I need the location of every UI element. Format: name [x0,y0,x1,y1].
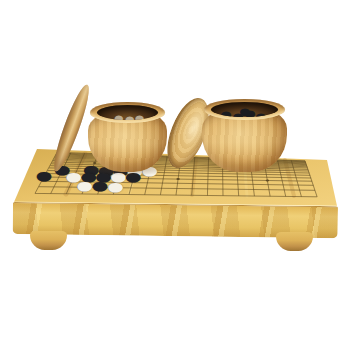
black-stone-in-bowl: ● [255,111,266,117]
bowl-rim: ●●● [90,102,165,123]
black-stone-in-bowl: ● [239,107,250,117]
black-stone-bowl: ●●●●● [202,99,287,172]
go-set-product-photo: ●●●●●●●●●●●●●●● ●●● ●●●●● [0,0,350,350]
black-stone-in-bowl: ● [220,109,231,117]
bowl-rim: ●●●●● [204,99,285,120]
white-stone-bowl: ●●● [88,102,167,172]
white-stone-in-bowl: ● [125,115,135,120]
white-stone-in-bowl: ● [114,114,124,120]
bowl-opening: ●●●●● [211,102,278,117]
white-stone-in-bowl: ● [135,114,145,120]
go-board [0,0,350,350]
bowl-opening: ●●● [97,105,158,120]
